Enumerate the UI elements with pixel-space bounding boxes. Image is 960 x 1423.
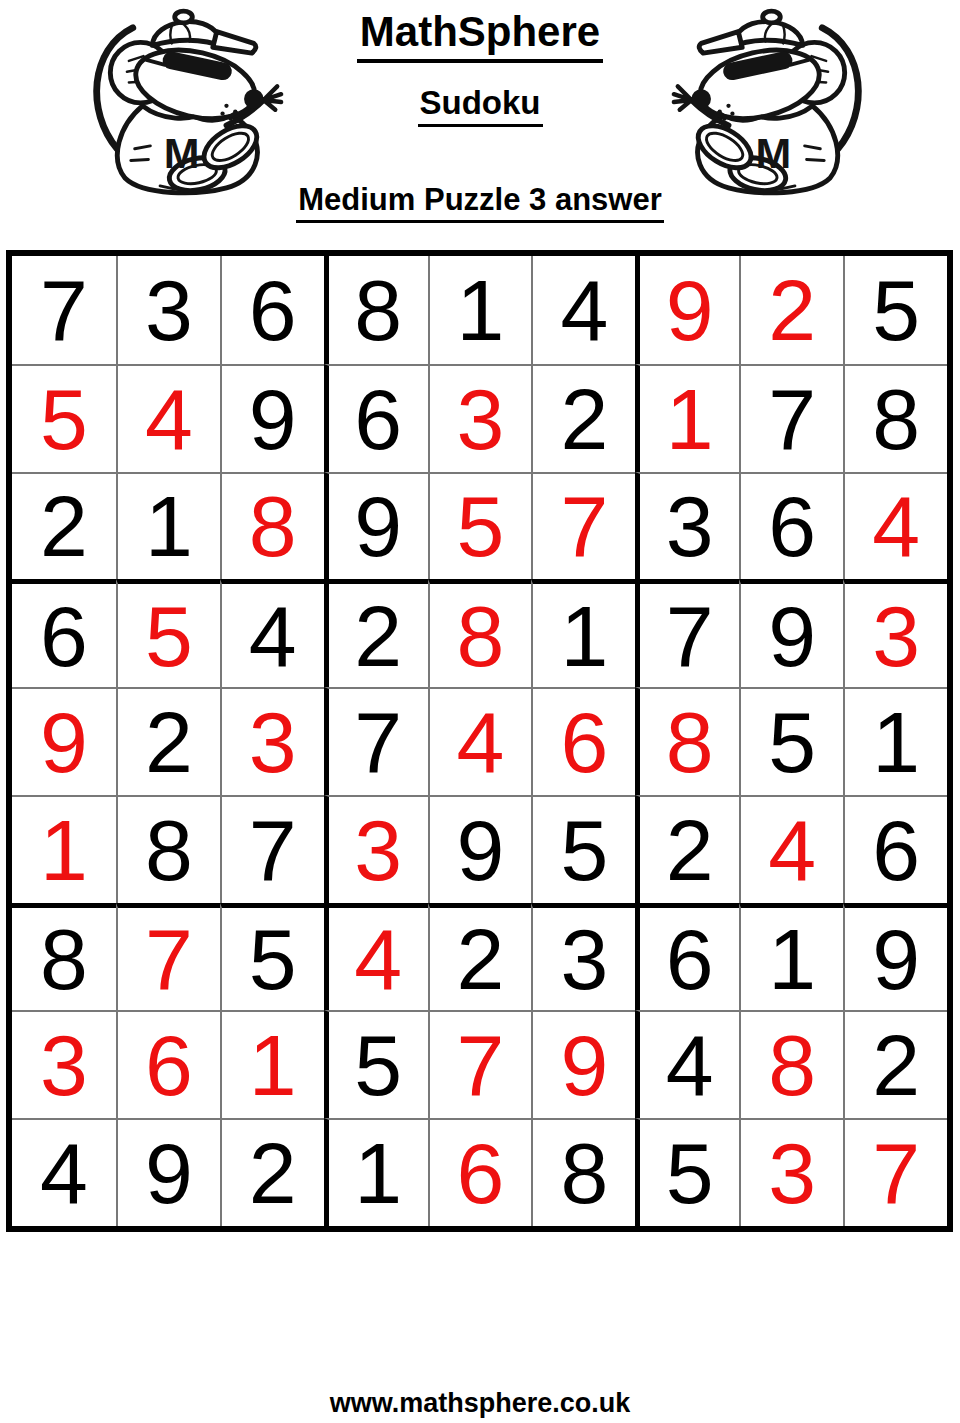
cell-r2c8: 7 (739, 364, 843, 472)
cell-r7c4: 4 (324, 903, 428, 1011)
cell-r5c8: 5 (739, 687, 843, 795)
cell-r6c5: 9 (428, 795, 532, 903)
cell-r4c2: 5 (116, 579, 220, 687)
cell-r5c3: 3 (220, 687, 324, 795)
cell-r9c8: 3 (739, 1118, 843, 1226)
cell-r4c9: 3 (843, 579, 947, 687)
cell-r8c8: 8 (739, 1010, 843, 1118)
cell-r7c3: 5 (220, 903, 324, 1011)
cell-r6c6: 5 (531, 795, 635, 903)
cell-r2c2: 4 (116, 364, 220, 472)
cell-r9c4: 1 (324, 1118, 428, 1226)
cell-r6c8: 4 (739, 795, 843, 903)
cell-r1c3: 6 (220, 256, 324, 364)
cell-r3c6: 7 (531, 472, 635, 580)
page-subtitle-text: Sudoku (418, 84, 543, 127)
cell-r1c2: 3 (116, 256, 220, 364)
cell-r6c3: 7 (220, 795, 324, 903)
cell-r7c8: 1 (739, 903, 843, 1011)
cell-r4c4: 2 (324, 579, 428, 687)
cell-r1c9: 5 (843, 256, 947, 364)
cell-r4c7: 7 (635, 579, 739, 687)
cell-r3c7: 3 (635, 472, 739, 580)
cell-r8c1: 3 (12, 1010, 116, 1118)
cell-r8c2: 6 (116, 1010, 220, 1118)
cell-r1c1: 7 (12, 256, 116, 364)
cell-r4c5: 8 (428, 579, 532, 687)
cell-r1c5: 1 (428, 256, 532, 364)
cell-r4c1: 6 (12, 579, 116, 687)
cell-r3c8: 6 (739, 472, 843, 580)
cell-r1c6: 4 (531, 256, 635, 364)
cell-r9c9: 7 (843, 1118, 947, 1226)
cell-r7c2: 7 (116, 903, 220, 1011)
cell-r8c4: 5 (324, 1010, 428, 1118)
cell-r2c5: 3 (428, 364, 532, 472)
mouse-mascot-left-icon (82, 2, 287, 198)
cell-r9c1: 4 (12, 1118, 116, 1226)
cell-r6c2: 8 (116, 795, 220, 903)
cell-r8c6: 9 (531, 1010, 635, 1118)
cell-r1c4: 8 (324, 256, 428, 364)
cell-r2c4: 6 (324, 364, 428, 472)
cell-r6c4: 3 (324, 795, 428, 903)
cell-r2c6: 2 (531, 364, 635, 472)
cell-r8c7: 4 (635, 1010, 739, 1118)
cell-r5c6: 6 (531, 687, 635, 795)
cell-r2c7: 1 (635, 364, 739, 472)
cell-r1c8: 2 (739, 256, 843, 364)
cell-r5c9: 1 (843, 687, 947, 795)
cell-r6c7: 2 (635, 795, 739, 903)
cell-r6c1: 1 (12, 795, 116, 903)
sudoku-board: 7368149255496321782189573646542817939237… (6, 250, 953, 1232)
cell-r3c3: 8 (220, 472, 324, 580)
cell-r7c1: 8 (12, 903, 116, 1011)
cell-r9c5: 6 (428, 1118, 532, 1226)
cell-r9c2: 9 (116, 1118, 220, 1226)
cell-r7c6: 3 (531, 903, 635, 1011)
cell-r5c5: 4 (428, 687, 532, 795)
cell-r5c2: 2 (116, 687, 220, 795)
cell-r8c5: 7 (428, 1010, 532, 1118)
page: MathSphere Sudoku Medium Puzzle 3 answer (0, 0, 960, 1423)
cell-r5c4: 7 (324, 687, 428, 795)
cell-r4c8: 9 (739, 579, 843, 687)
cell-r2c9: 8 (843, 364, 947, 472)
cell-r3c1: 2 (12, 472, 116, 580)
cell-r1c7: 9 (635, 256, 739, 364)
cell-r3c9: 4 (843, 472, 947, 580)
puzzle-label-text: Medium Puzzle 3 answer (296, 182, 664, 223)
cell-r3c5: 5 (428, 472, 532, 580)
cell-r4c3: 4 (220, 579, 324, 687)
cell-r7c5: 2 (428, 903, 532, 1011)
page-title-text: MathSphere (357, 8, 603, 63)
cell-r8c9: 2 (843, 1010, 947, 1118)
footer-url: www.mathsphere.co.uk (0, 1388, 960, 1419)
cell-r5c1: 9 (12, 687, 116, 795)
mouse-mascot-right-icon (668, 2, 873, 198)
cell-r3c2: 1 (116, 472, 220, 580)
cell-r2c3: 9 (220, 364, 324, 472)
cell-r2c1: 5 (12, 364, 116, 472)
cell-r7c9: 9 (843, 903, 947, 1011)
cell-r4c6: 1 (531, 579, 635, 687)
cell-r9c6: 8 (531, 1118, 635, 1226)
cell-r7c7: 6 (635, 903, 739, 1011)
cell-r6c9: 6 (843, 795, 947, 903)
cell-r8c3: 1 (220, 1010, 324, 1118)
cell-r9c7: 5 (635, 1118, 739, 1226)
cell-r3c4: 9 (324, 472, 428, 580)
cell-r9c3: 2 (220, 1118, 324, 1226)
cell-r5c7: 8 (635, 687, 739, 795)
